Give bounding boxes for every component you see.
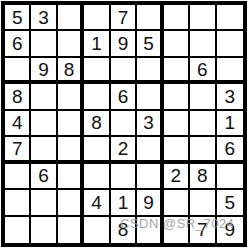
cell-r9c4[interactable] xyxy=(84,217,110,243)
cell-r6c9[interactable]: 6 xyxy=(217,137,243,163)
cell-r7c6[interactable] xyxy=(137,164,163,190)
cell-r8c2[interactable] xyxy=(31,190,57,216)
cell-r4c7[interactable] xyxy=(164,84,190,110)
cell-r1c7[interactable] xyxy=(164,5,190,31)
cell-r8c4[interactable]: 4 xyxy=(84,190,110,216)
cell-r3c5[interactable] xyxy=(111,58,137,84)
cell-r5c1[interactable]: 4 xyxy=(5,111,31,137)
cell-r3c2[interactable]: 9 xyxy=(31,58,57,84)
cell-r7c7[interactable]: 2 xyxy=(164,164,190,190)
cell-r3c8[interactable]: 6 xyxy=(190,58,216,84)
cell-r4c5[interactable]: 6 xyxy=(111,84,137,110)
cell-r5c3[interactable] xyxy=(58,111,84,137)
cell-r9c1[interactable] xyxy=(5,217,31,243)
cell-r5c4[interactable]: 8 xyxy=(84,111,110,137)
cell-r3c6[interactable] xyxy=(137,58,163,84)
cell-r1c6[interactable] xyxy=(137,5,163,31)
cell-r3c9[interactable] xyxy=(217,58,243,84)
cell-r9c6[interactable] xyxy=(137,217,163,243)
cell-r4c8[interactable] xyxy=(190,84,216,110)
cell-r2c6[interactable]: 5 xyxy=(137,31,163,57)
cell-r7c5[interactable] xyxy=(111,164,137,190)
cell-r5c6[interactable]: 3 xyxy=(137,111,163,137)
cell-r1c2[interactable]: 3 xyxy=(31,5,57,31)
cell-r5c2[interactable] xyxy=(31,111,57,137)
cell-r4c2[interactable] xyxy=(31,84,57,110)
cell-r5c5[interactable] xyxy=(111,111,137,137)
cell-r1c1[interactable]: 5 xyxy=(5,5,31,31)
cell-r1c9[interactable] xyxy=(217,5,243,31)
cell-r3c1[interactable] xyxy=(5,58,31,84)
cell-r9c2[interactable] xyxy=(31,217,57,243)
cell-r4c4[interactable] xyxy=(84,84,110,110)
cell-r2c1[interactable]: 6 xyxy=(5,31,31,57)
cell-r7c2[interactable]: 6 xyxy=(31,164,57,190)
cell-r5c9[interactable]: 1 xyxy=(217,111,243,137)
cell-r6c2[interactable] xyxy=(31,137,57,163)
cell-r2c3[interactable] xyxy=(58,31,84,57)
cell-r7c9[interactable] xyxy=(217,164,243,190)
cell-r5c8[interactable] xyxy=(190,111,216,137)
cell-r2c8[interactable] xyxy=(190,31,216,57)
cell-r3c3[interactable]: 8 xyxy=(58,58,84,84)
cell-r2c2[interactable] xyxy=(31,31,57,57)
cell-r9c9[interactable]: 9 xyxy=(217,217,243,243)
cell-r7c8[interactable]: 8 xyxy=(190,164,216,190)
cell-r2c7[interactable] xyxy=(164,31,190,57)
cell-r3c4[interactable] xyxy=(84,58,110,84)
cell-r4c3[interactable] xyxy=(58,84,84,110)
cell-r1c5[interactable]: 7 xyxy=(111,5,137,31)
cell-r2c9[interactable] xyxy=(217,31,243,57)
cell-r8c3[interactable] xyxy=(58,190,84,216)
cell-r9c7[interactable] xyxy=(164,217,190,243)
cell-r9c5[interactable]: 8 xyxy=(111,217,137,243)
cell-r7c3[interactable] xyxy=(58,164,84,190)
cell-r3c7[interactable] xyxy=(164,58,190,84)
cell-r6c5[interactable]: 2 xyxy=(111,137,137,163)
cell-r7c4[interactable] xyxy=(84,164,110,190)
cell-r8c8[interactable] xyxy=(190,190,216,216)
cell-r8c1[interactable] xyxy=(5,190,31,216)
cell-r9c8[interactable]: 7 xyxy=(190,217,216,243)
cell-r1c8[interactable] xyxy=(190,5,216,31)
cell-r7c1[interactable] xyxy=(5,164,31,190)
cell-r6c6[interactable] xyxy=(137,137,163,163)
cell-r6c7[interactable] xyxy=(164,137,190,163)
cell-r9c3[interactable] xyxy=(58,217,84,243)
cell-r4c1[interactable]: 8 xyxy=(5,84,31,110)
cell-r6c8[interactable] xyxy=(190,137,216,163)
cell-r2c5[interactable]: 9 xyxy=(111,31,137,57)
cell-r8c5[interactable]: 1 xyxy=(111,190,137,216)
cell-r4c6[interactable] xyxy=(137,84,163,110)
cell-r6c1[interactable]: 7 xyxy=(5,137,31,163)
cell-r4c9[interactable]: 3 xyxy=(217,84,243,110)
cell-r6c3[interactable] xyxy=(58,137,84,163)
sudoku-page: 537619598686348317266284195879 CSDN @SR_… xyxy=(0,0,250,250)
cell-r8c6[interactable]: 9 xyxy=(137,190,163,216)
cell-r6c4[interactable] xyxy=(84,137,110,163)
cell-r8c9[interactable]: 5 xyxy=(217,190,243,216)
cell-r5c7[interactable] xyxy=(164,111,190,137)
cell-r2c4[interactable]: 1 xyxy=(84,31,110,57)
sudoku-board: 537619598686348317266284195879 xyxy=(1,1,247,247)
cell-r1c4[interactable] xyxy=(84,5,110,31)
cell-r1c3[interactable] xyxy=(58,5,84,31)
cell-r8c7[interactable] xyxy=(164,190,190,216)
